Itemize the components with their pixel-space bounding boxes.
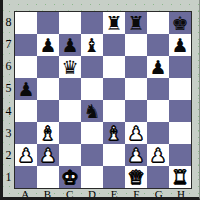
square-h2[interactable] [169, 144, 191, 166]
square-b3[interactable]: ♝ [37, 122, 59, 144]
square-d1[interactable] [81, 166, 103, 188]
rank-label-7: 7 [3, 33, 14, 55]
black-pawn: ♟ [37, 34, 59, 56]
chess-diagram: 87654321 ABCDEFGH ♜♜♚♟♟♝♟♛♟♟♞♝♝♟♟♟♟♟♚♛♜ [0, 0, 200, 200]
square-g1[interactable] [147, 166, 169, 188]
file-label-c: C [59, 189, 81, 200]
square-b8[interactable] [37, 12, 59, 34]
file-label-g: G [148, 189, 170, 200]
square-c1[interactable]: ♚ [59, 166, 81, 188]
file-label-h: H [170, 189, 192, 200]
rank-label-5: 5 [3, 78, 14, 100]
square-g8[interactable] [147, 12, 169, 34]
white-bishop: ♝ [37, 122, 59, 144]
square-d2[interactable] [81, 144, 103, 166]
rank-label-8: 8 [3, 11, 14, 33]
square-e4[interactable] [103, 100, 125, 122]
square-h3[interactable] [169, 122, 191, 144]
black-rook: ♜ [125, 12, 147, 34]
square-b6[interactable] [37, 56, 59, 78]
black-bishop: ♝ [81, 34, 103, 56]
square-b5[interactable] [37, 78, 59, 100]
square-c2[interactable] [59, 144, 81, 166]
square-a2[interactable]: ♟ [15, 144, 37, 166]
black-queen: ♛ [59, 56, 81, 78]
square-c6[interactable]: ♛ [59, 56, 81, 78]
square-c4[interactable] [59, 100, 81, 122]
square-f3[interactable]: ♟ [125, 122, 147, 144]
black-pawn: ♟ [59, 34, 81, 56]
file-label-d: D [81, 189, 103, 200]
black-king: ♚ [169, 12, 191, 34]
square-f4[interactable] [125, 100, 147, 122]
white-pawn: ♟ [15, 144, 37, 166]
white-queen: ♛ [125, 166, 147, 188]
white-bishop: ♝ [103, 122, 125, 144]
square-f2[interactable]: ♟ [125, 144, 147, 166]
square-g7[interactable] [147, 34, 169, 56]
square-e8[interactable]: ♜ [103, 12, 125, 34]
rank-label-2: 2 [3, 145, 14, 167]
square-d7[interactable]: ♝ [81, 34, 103, 56]
square-a3[interactable] [15, 122, 37, 144]
rank-label-3: 3 [3, 122, 14, 144]
square-d8[interactable] [81, 12, 103, 34]
square-b7[interactable]: ♟ [37, 34, 59, 56]
square-g3[interactable] [147, 122, 169, 144]
white-rook: ♜ [169, 166, 191, 188]
square-e1[interactable] [103, 166, 125, 188]
chess-board: ♜♜♚♟♟♝♟♛♟♟♞♝♝♟♟♟♟♟♚♛♜ [14, 11, 192, 189]
square-a6[interactable] [15, 56, 37, 78]
square-h5[interactable] [169, 78, 191, 100]
white-king: ♚ [59, 166, 81, 188]
square-d5[interactable] [81, 78, 103, 100]
square-b4[interactable] [37, 100, 59, 122]
rank-label-1: 1 [3, 167, 14, 189]
white-pawn: ♟ [125, 144, 147, 166]
black-pawn: ♟ [169, 34, 191, 56]
square-c8[interactable] [59, 12, 81, 34]
white-pawn: ♟ [37, 144, 59, 166]
square-d3[interactable] [81, 122, 103, 144]
square-h4[interactable] [169, 100, 191, 122]
square-g5[interactable] [147, 78, 169, 100]
square-a1[interactable] [15, 166, 37, 188]
square-g4[interactable] [147, 100, 169, 122]
square-h6[interactable] [169, 56, 191, 78]
square-f1[interactable]: ♛ [125, 166, 147, 188]
square-d4[interactable]: ♞ [81, 100, 103, 122]
black-rook: ♜ [103, 12, 125, 34]
file-labels: ABCDEFGH [14, 189, 192, 200]
rank-label-6: 6 [3, 56, 14, 78]
rank-label-4: 4 [3, 100, 14, 122]
square-b1[interactable] [37, 166, 59, 188]
file-label-e: E [103, 189, 125, 200]
square-e6[interactable] [103, 56, 125, 78]
square-e7[interactable] [103, 34, 125, 56]
black-pawn: ♟ [147, 56, 169, 78]
square-h1[interactable]: ♜ [169, 166, 191, 188]
white-pawn: ♟ [147, 144, 169, 166]
black-pawn: ♟ [15, 78, 37, 100]
square-g2[interactable]: ♟ [147, 144, 169, 166]
square-e2[interactable] [103, 144, 125, 166]
square-f5[interactable] [125, 78, 147, 100]
square-c3[interactable] [59, 122, 81, 144]
square-g6[interactable]: ♟ [147, 56, 169, 78]
square-a5[interactable]: ♟ [15, 78, 37, 100]
file-label-a: A [14, 189, 36, 200]
black-knight: ♞ [81, 100, 103, 122]
square-e5[interactable] [103, 78, 125, 100]
square-h7[interactable]: ♟ [169, 34, 191, 56]
square-e3[interactable]: ♝ [103, 122, 125, 144]
square-f7[interactable] [125, 34, 147, 56]
square-d6[interactable] [81, 56, 103, 78]
square-c7[interactable]: ♟ [59, 34, 81, 56]
square-c5[interactable] [59, 78, 81, 100]
file-label-b: B [36, 189, 58, 200]
square-f8[interactable]: ♜ [125, 12, 147, 34]
square-h8[interactable]: ♚ [169, 12, 191, 34]
square-a8[interactable] [15, 12, 37, 34]
file-label-f: F [125, 189, 147, 200]
rank-labels: 87654321 [3, 11, 14, 189]
square-a4[interactable] [15, 100, 37, 122]
square-a7[interactable] [15, 34, 37, 56]
white-pawn: ♟ [125, 122, 147, 144]
square-f6[interactable] [125, 56, 147, 78]
square-b2[interactable]: ♟ [37, 144, 59, 166]
